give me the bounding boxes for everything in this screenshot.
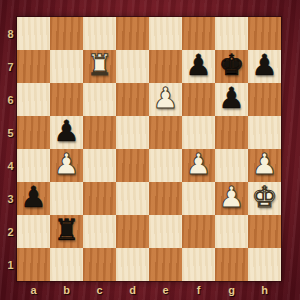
piece-white-pawn-e6[interactable]: ♟ xyxy=(153,82,179,115)
piece-black-pawn-a3[interactable]: ♟ xyxy=(21,181,47,214)
square-f4[interactable]: ♟ xyxy=(182,149,215,182)
rank-label-7: 7 xyxy=(0,50,17,83)
piece-black-pawn-f7[interactable]: ♟ xyxy=(186,49,212,82)
piece-black-pawn-g6[interactable]: ♟ xyxy=(219,82,245,115)
square-a7[interactable] xyxy=(17,50,50,83)
square-a5[interactable] xyxy=(17,116,50,149)
file-label-f: f xyxy=(182,281,215,300)
square-c5[interactable] xyxy=(83,116,116,149)
piece-white-pawn-b4[interactable]: ♟ xyxy=(54,148,80,181)
rank-label-2: 2 xyxy=(0,215,17,248)
square-b2[interactable]: ♜ xyxy=(50,215,83,248)
piece-white-king-h3[interactable]: ♚ xyxy=(252,181,278,214)
square-c3[interactable] xyxy=(83,182,116,215)
square-d2[interactable] xyxy=(116,215,149,248)
square-b1[interactable] xyxy=(50,248,83,281)
piece-white-pawn-f4[interactable]: ♟ xyxy=(186,148,212,181)
square-a6[interactable] xyxy=(17,83,50,116)
piece-black-pawn-h7[interactable]: ♟ xyxy=(252,49,278,82)
square-g4[interactable] xyxy=(215,149,248,182)
square-c4[interactable] xyxy=(83,149,116,182)
square-f3[interactable] xyxy=(182,182,215,215)
square-h8[interactable] xyxy=(248,17,281,50)
file-label-g: g xyxy=(215,281,248,300)
rank-label-8: 8 xyxy=(0,17,17,50)
square-h1[interactable] xyxy=(248,248,281,281)
piece-white-pawn-g3[interactable]: ♟ xyxy=(219,181,245,214)
square-d4[interactable] xyxy=(116,149,149,182)
square-h2[interactable] xyxy=(248,215,281,248)
square-h4[interactable]: ♟ xyxy=(248,149,281,182)
square-h5[interactable] xyxy=(248,116,281,149)
square-h3[interactable]: ♚ xyxy=(248,182,281,215)
square-c2[interactable] xyxy=(83,215,116,248)
square-g5[interactable] xyxy=(215,116,248,149)
square-d8[interactable] xyxy=(116,17,149,50)
square-d5[interactable] xyxy=(116,116,149,149)
square-b7[interactable] xyxy=(50,50,83,83)
square-h6[interactable] xyxy=(248,83,281,116)
square-g6[interactable]: ♟ xyxy=(215,83,248,116)
file-label-b: b xyxy=(50,281,83,300)
piece-white-pawn-h4[interactable]: ♟ xyxy=(252,148,278,181)
chess-diagram: 87654321 ♜♟♚♟♟♟♟♟♟♟♟♟♚♜ abcdefgh xyxy=(0,0,300,300)
square-b4[interactable]: ♟ xyxy=(50,149,83,182)
rank-label-5: 5 xyxy=(0,116,17,149)
square-g2[interactable] xyxy=(215,215,248,248)
file-label-a: a xyxy=(17,281,50,300)
square-e6[interactable]: ♟ xyxy=(149,83,182,116)
rank-label-3: 3 xyxy=(0,182,17,215)
square-g8[interactable] xyxy=(215,17,248,50)
square-d6[interactable] xyxy=(116,83,149,116)
file-label-c: c xyxy=(83,281,116,300)
rank-labels: 87654321 xyxy=(0,17,17,281)
square-f8[interactable] xyxy=(182,17,215,50)
square-c8[interactable] xyxy=(83,17,116,50)
square-c6[interactable] xyxy=(83,83,116,116)
rank-label-1: 1 xyxy=(0,248,17,281)
square-d1[interactable] xyxy=(116,248,149,281)
square-b6[interactable] xyxy=(50,83,83,116)
square-a2[interactable] xyxy=(17,215,50,248)
square-e7[interactable] xyxy=(149,50,182,83)
square-a1[interactable] xyxy=(17,248,50,281)
square-d3[interactable] xyxy=(116,182,149,215)
square-c1[interactable] xyxy=(83,248,116,281)
square-e3[interactable] xyxy=(149,182,182,215)
square-e5[interactable] xyxy=(149,116,182,149)
square-a4[interactable] xyxy=(17,149,50,182)
square-f1[interactable] xyxy=(182,248,215,281)
file-label-d: d xyxy=(116,281,149,300)
square-f7[interactable]: ♟ xyxy=(182,50,215,83)
square-g3[interactable]: ♟ xyxy=(215,182,248,215)
piece-black-rook-b2[interactable]: ♜ xyxy=(54,214,80,247)
board: ♜♟♚♟♟♟♟♟♟♟♟♟♚♜ xyxy=(17,17,281,281)
square-b5[interactable]: ♟ xyxy=(50,116,83,149)
rank-label-4: 4 xyxy=(0,149,17,182)
piece-black-pawn-b5[interactable]: ♟ xyxy=(54,115,80,148)
square-g7[interactable]: ♚ xyxy=(215,50,248,83)
piece-black-king-g7[interactable]: ♚ xyxy=(219,49,245,82)
square-d7[interactable] xyxy=(116,50,149,83)
rank-label-6: 6 xyxy=(0,83,17,116)
square-e2[interactable] xyxy=(149,215,182,248)
square-c7[interactable]: ♜ xyxy=(83,50,116,83)
square-a8[interactable] xyxy=(17,17,50,50)
square-e8[interactable] xyxy=(149,17,182,50)
square-b3[interactable] xyxy=(50,182,83,215)
square-h7[interactable]: ♟ xyxy=(248,50,281,83)
square-e1[interactable] xyxy=(149,248,182,281)
file-label-e: e xyxy=(149,281,182,300)
square-f5[interactable] xyxy=(182,116,215,149)
square-f6[interactable] xyxy=(182,83,215,116)
square-b8[interactable] xyxy=(50,17,83,50)
file-label-h: h xyxy=(248,281,281,300)
square-a3[interactable]: ♟ xyxy=(17,182,50,215)
file-labels: abcdefgh xyxy=(17,281,281,300)
square-g1[interactable] xyxy=(215,248,248,281)
square-e4[interactable] xyxy=(149,149,182,182)
piece-white-rook-c7[interactable]: ♜ xyxy=(87,49,113,82)
square-f2[interactable] xyxy=(182,215,215,248)
